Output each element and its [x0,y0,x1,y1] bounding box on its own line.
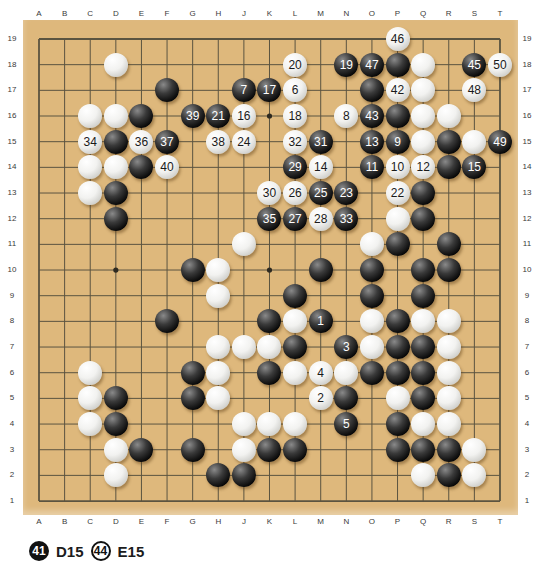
stone-S2 [462,463,486,487]
coord-top-H: H [215,10,221,18]
coord-bottom-R: R [446,518,452,526]
stone-C16 [78,104,102,128]
stone-N4: 5 [334,412,358,436]
coord-top-E: E [139,10,144,18]
stone-C5 [78,386,102,410]
stone-E3 [129,438,153,462]
coord-left-7: 7 [10,343,14,351]
stone-M5: 2 [309,386,333,410]
stone-R14 [437,155,461,179]
coord-bottom-L: L [293,518,297,526]
coord-bottom-C: C [87,518,93,526]
stone-H15: 38 [206,130,230,154]
coord-top-P: P [395,10,400,18]
stone-L7 [283,335,307,359]
stone-P14: 10 [386,155,410,179]
stone-O9 [360,284,384,308]
coord-right-12: 12 [523,215,532,223]
coord-left-11: 11 [8,240,16,248]
stone-R8 [437,309,461,333]
coord-right-4: 4 [525,420,529,428]
stone-O15: 13 [360,130,384,154]
stone-D12 [104,207,128,231]
stone-P8 [386,309,410,333]
coord-top-R: R [446,10,452,18]
stone-Q2 [411,463,435,487]
coord-top-N: N [343,10,349,18]
stone-C14 [78,155,102,179]
stone-Q7 [411,335,435,359]
stone-Q10 [411,258,435,282]
coord-top-F: F [165,10,170,18]
stone-R7 [437,335,461,359]
coord-bottom-F: F [165,518,170,526]
stone-L18: 20 [283,53,307,77]
coord-left-17: 17 [8,86,17,94]
coord-left-19: 19 [8,35,17,43]
stone-L14: 29 [283,155,307,179]
stone-R6 [437,361,461,385]
coord-bottom-T: T [498,518,503,526]
coord-left-13: 13 [8,189,17,197]
stone-G10 [181,258,205,282]
stone-O14: 11 [360,155,384,179]
stone-F17 [155,78,179,102]
stone-S18: 45 [462,53,486,77]
stone-J11 [232,232,256,256]
stone-L8 [283,309,307,333]
stone-C13 [78,181,102,205]
stone-K4 [257,412,281,436]
stone-L17: 6 [283,78,307,102]
coord-left-10: 10 [8,266,17,274]
go-diagram-page: AABBCCDDEEFFGGHHJJKKLLMMNNOOPPQQRRSSTT19… [0,0,540,577]
stone-J3 [232,438,256,462]
caption-move2-point: E15 [118,543,145,560]
stone-P17: 42 [386,78,410,102]
stone-Q14: 12 [411,155,435,179]
stone-L12: 27 [283,207,307,231]
stone-M13: 25 [309,181,333,205]
stone-L15: 32 [283,130,307,154]
stone-H16: 21 [206,104,230,128]
coord-bottom-S: S [472,518,477,526]
coord-left-18: 18 [8,61,17,69]
stone-O7 [360,335,384,359]
stone-D14 [104,155,128,179]
caption-move1-number: 41 [32,544,45,558]
coord-bottom-J: J [242,518,246,526]
stone-G6 [181,361,205,385]
coord-left-9: 9 [10,292,14,300]
stone-K8 [257,309,281,333]
stone-R15 [437,130,461,154]
stone-K7 [257,335,281,359]
stone-C15: 34 [78,130,102,154]
stone-S14: 15 [462,155,486,179]
stone-N18: 19 [334,53,358,77]
coord-right-7: 7 [525,343,529,351]
coord-right-13: 13 [523,189,532,197]
stone-D13 [104,181,128,205]
stone-H5 [206,386,230,410]
caption-black-stone-icon: 41 [29,541,49,561]
coord-top-K: K [267,10,272,18]
stone-N12: 33 [334,207,358,231]
stone-Q8 [411,309,435,333]
stone-P15: 9 [386,130,410,154]
coord-right-2: 2 [525,471,529,479]
coord-left-16: 16 [8,112,17,120]
coord-left-15: 15 [8,138,17,146]
stone-Q3 [411,438,435,462]
stone-H2 [206,463,230,487]
stone-K3 [257,438,281,462]
coord-bottom-P: P [395,518,400,526]
stone-N16: 8 [334,104,358,128]
coord-top-G: G [190,10,196,18]
stone-D16 [104,104,128,128]
coord-bottom-Q: Q [420,518,426,526]
stone-M8: 1 [309,309,333,333]
stone-F8 [155,309,179,333]
stone-T15: 49 [488,130,512,154]
stone-Q13 [411,181,435,205]
coord-right-19: 19 [523,35,532,43]
stone-J15: 24 [232,130,256,154]
coord-bottom-G: G [190,518,196,526]
coord-top-T: T [498,10,503,18]
stone-L16: 18 [283,104,307,128]
coord-left-1: 1 [10,497,14,505]
stone-Q6 [411,361,435,385]
coord-left-2: 2 [10,471,14,479]
stone-H7 [206,335,230,359]
coord-top-M: M [317,10,324,18]
stone-R10 [437,258,461,282]
coord-bottom-B: B [62,518,67,526]
coord-right-3: 3 [525,446,529,454]
stone-L4 [283,412,307,436]
coord-left-3: 3 [10,446,14,454]
stone-O18: 47 [360,53,384,77]
stone-K17: 17 [257,78,281,102]
stone-Q4 [411,412,435,436]
caption-move2-number: 44 [94,544,107,558]
coord-bottom-N: N [343,518,349,526]
stone-P16 [386,104,410,128]
stone-K6 [257,361,281,385]
caption-white-stone-icon: 44 [91,541,111,561]
stone-J17: 7 [232,78,256,102]
stone-R4 [437,412,461,436]
coord-left-8: 8 [10,317,14,325]
stone-Q17 [411,78,435,102]
coord-right-16: 16 [523,112,532,120]
stone-R16 [437,104,461,128]
stone-Q9 [411,284,435,308]
coord-right-9: 9 [525,292,529,300]
move-caption: 41 D15 44 E15 [29,540,144,562]
stone-M6: 4 [309,361,333,385]
coord-bottom-E: E [139,518,144,526]
stone-H10 [206,258,230,282]
stone-E15: 36 [129,130,153,154]
stone-S17: 48 [462,78,486,102]
coord-top-D: D [113,10,119,18]
stone-P12 [386,207,410,231]
coord-right-18: 18 [523,61,532,69]
stone-N6 [334,361,358,385]
stone-N13: 23 [334,181,358,205]
stone-T18: 50 [488,53,512,77]
stone-H9 [206,284,230,308]
coord-bottom-H: H [215,518,221,526]
stone-M14: 14 [309,155,333,179]
stone-R11 [437,232,461,256]
caption-move1-point: D15 [56,543,84,560]
stone-J16: 16 [232,104,256,128]
stone-P19: 46 [386,27,410,51]
stone-O8 [360,309,384,333]
stone-M10 [309,258,333,282]
coord-top-A: A [36,10,41,18]
coord-bottom-A: A [36,518,41,526]
coord-right-11: 11 [523,240,531,248]
coord-right-5: 5 [525,394,529,402]
stone-S15 [462,130,486,154]
stone-S3 [462,438,486,462]
coord-top-C: C [87,10,93,18]
stone-H6 [206,361,230,385]
stone-O11 [360,232,384,256]
coord-bottom-D: D [113,518,119,526]
stone-P4 [386,412,410,436]
stone-D4 [104,412,128,436]
stone-N5 [334,386,358,410]
coord-right-17: 17 [523,86,532,94]
stone-K12: 35 [257,207,281,231]
coord-top-B: B [62,10,67,18]
coord-right-10: 10 [523,266,532,274]
stone-F14: 40 [155,155,179,179]
stone-Q12 [411,207,435,231]
stone-E14 [129,155,153,179]
stone-P5 [386,386,410,410]
stone-O17 [360,78,384,102]
stone-L3 [283,438,307,462]
stone-Q15 [411,130,435,154]
coord-left-5: 5 [10,394,14,402]
coord-right-15: 15 [523,138,532,146]
coord-left-12: 12 [8,215,17,223]
coord-top-O: O [369,10,375,18]
stone-D3 [104,438,128,462]
stone-E16 [129,104,153,128]
stone-O6 [360,361,384,385]
stone-Q16 [411,104,435,128]
stone-P13: 22 [386,181,410,205]
stone-C6 [78,361,102,385]
stone-O10 [360,258,384,282]
coord-bottom-O: O [369,518,375,526]
stone-D2 [104,463,128,487]
stone-M15: 31 [309,130,333,154]
stone-P11 [386,232,410,256]
stone-J4 [232,412,256,436]
stone-D18 [104,53,128,77]
stone-P3 [386,438,410,462]
coord-bottom-K: K [267,518,272,526]
coord-right-14: 14 [523,163,532,171]
coord-left-4: 4 [10,420,14,428]
stone-N7: 3 [334,335,358,359]
stone-K13: 30 [257,181,281,205]
stone-L9 [283,284,307,308]
stone-P7 [386,335,410,359]
coord-top-Q: Q [420,10,426,18]
stone-G16: 39 [181,104,205,128]
stone-M12: 28 [309,207,333,231]
coord-top-L: L [293,10,297,18]
stone-G3 [181,438,205,462]
stone-P18 [386,53,410,77]
stone-Q5 [411,386,435,410]
stone-J2 [232,463,256,487]
stone-R2 [437,463,461,487]
stone-D15 [104,130,128,154]
coord-right-8: 8 [525,317,529,325]
stone-C4 [78,412,102,436]
coord-top-J: J [242,10,246,18]
stone-P6 [386,361,410,385]
stone-O16: 43 [360,104,384,128]
stone-L13: 26 [283,181,307,205]
stone-J7 [232,335,256,359]
coord-left-6: 6 [10,369,14,377]
stone-G5 [181,386,205,410]
stone-R3 [437,438,461,462]
stone-F15: 37 [155,130,179,154]
stone-R5 [437,386,461,410]
coord-bottom-M: M [317,518,324,526]
coord-right-1: 1 [525,497,529,505]
coord-top-S: S [472,10,477,18]
stone-L6 [283,361,307,385]
coord-right-6: 6 [525,369,529,377]
stone-D5 [104,386,128,410]
coord-left-14: 14 [8,163,17,171]
stone-Q18 [411,53,435,77]
